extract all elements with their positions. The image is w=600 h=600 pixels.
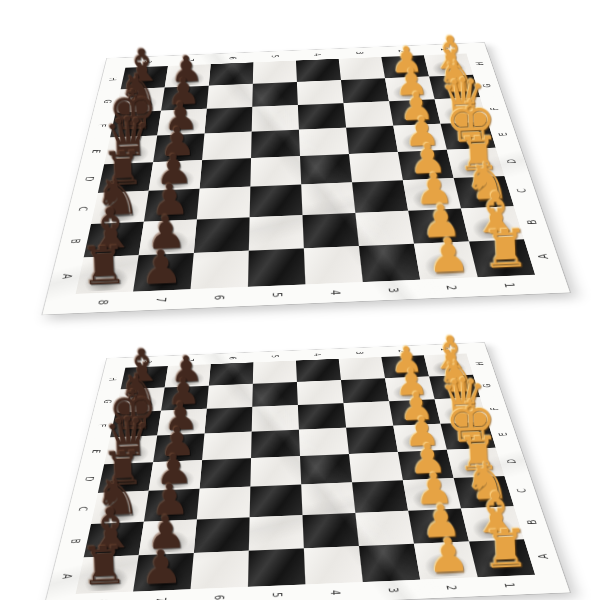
square-g3 <box>341 378 389 403</box>
file-label-left-a: A <box>60 273 73 279</box>
square-h3 <box>339 57 385 80</box>
square-a6 <box>191 551 249 590</box>
file-label-right-e: E <box>498 132 509 136</box>
square-e3 <box>346 426 398 454</box>
mat-corner <box>535 274 570 294</box>
square-h4 <box>296 59 341 82</box>
square-g4 <box>297 80 344 105</box>
square-e4 <box>299 428 349 456</box>
rank-label-far-4: 4 <box>313 53 322 56</box>
square-g3 <box>341 78 389 103</box>
rank-label-far-5: 5 <box>270 55 279 58</box>
mat-corner <box>535 574 570 594</box>
square-g6 <box>207 384 253 409</box>
square-h4 <box>296 359 341 382</box>
square-a2: ♟ <box>414 541 478 579</box>
mat-corner <box>43 594 76 600</box>
rank-label-far-4: 4 <box>313 353 322 356</box>
rank-label-near-2: 2 <box>444 585 457 590</box>
square-c3 <box>352 480 408 513</box>
square-c6 <box>197 187 251 220</box>
rank-label-near-3: 3 <box>387 587 400 592</box>
square-c5 <box>250 184 303 217</box>
square-b6 <box>194 517 250 553</box>
rank-label-near-4: 4 <box>329 590 341 595</box>
square-h5 <box>253 361 297 384</box>
square-h3 <box>339 357 385 380</box>
square-f5 <box>252 105 299 132</box>
square-g4 <box>297 380 344 405</box>
board-perspective: 87654321H♝♟♟♝HG♞♟♟♞GF♚♟♟♛FE♛♟♟♚ED♜♟♟♜DC♞… <box>71 227 529 600</box>
piece-black-pawn-a7: ♟ <box>139 544 183 590</box>
board-photo-bottom: 87654321H♝♟♟♝HG♞♟♟♞GF♚♟♟♛FE♛♟♟♚ED♜♟♟♜DC♞… <box>0 300 600 600</box>
piece-white-pawn-a2: ♟ <box>426 532 470 578</box>
square-c5 <box>250 484 303 517</box>
square-b3 <box>355 511 414 546</box>
rank-label-near-1: 1 <box>502 583 515 588</box>
square-a1: ♜ <box>469 539 535 577</box>
square-g6 <box>207 84 253 109</box>
rank-label-far-6: 6 <box>228 57 237 60</box>
square-f6 <box>204 107 252 134</box>
square-e3 <box>346 126 398 154</box>
square-e5 <box>251 430 300 458</box>
square-g5 <box>252 82 298 107</box>
square-f4 <box>298 103 346 129</box>
file-label-right-a: A <box>537 553 550 558</box>
square-e5 <box>251 130 300 158</box>
square-d3 <box>349 152 403 182</box>
square-d6 <box>200 158 252 189</box>
rank-label-far-6: 6 <box>228 357 237 360</box>
square-a3 <box>359 544 420 582</box>
file-label-right-h: H <box>476 362 486 366</box>
square-a5 <box>248 548 305 587</box>
square-f4 <box>298 403 346 429</box>
square-g5 <box>252 382 298 407</box>
square-d4 <box>300 154 352 184</box>
rank-label-near-5: 5 <box>271 592 283 598</box>
file-label-left-e: E <box>90 449 101 453</box>
chessboard-mat-bottom: 87654321H♝♟♟♝HG♞♟♟♞GF♚♟♟♛FE♛♟♟♚ED♜♟♟♜DC♞… <box>43 343 570 600</box>
rank-label-far-3: 3 <box>355 351 364 354</box>
square-c3 <box>352 180 408 213</box>
square-a4 <box>304 546 363 584</box>
file-label-left-a: A <box>60 573 73 579</box>
square-b5 <box>249 515 304 551</box>
file-label-right-h: H <box>476 62 486 66</box>
square-d5 <box>250 156 301 187</box>
square-h5 <box>253 61 297 84</box>
square-f3 <box>343 401 393 427</box>
file-label-left-e: E <box>90 149 101 153</box>
file-label-right-a: A <box>537 253 550 258</box>
product-photo: 87654321H♝♟♟♝HG♞♟♟♞GF♚♟♟♛FE♛♟♟♚ED♜♟♟♜DC♞… <box>0 0 600 600</box>
square-d5 <box>250 456 301 487</box>
piece-black-rook-a8: ♜ <box>79 541 128 593</box>
square-f6 <box>204 407 252 434</box>
square-d4 <box>300 454 352 484</box>
square-f5 <box>252 405 299 432</box>
square-d3 <box>349 452 403 482</box>
piece-white-rook-a1: ♜ <box>480 524 529 576</box>
square-h6 <box>209 62 254 85</box>
rank-label-far-3: 3 <box>355 51 364 54</box>
file-label-right-e: E <box>498 432 509 436</box>
square-f3 <box>343 101 393 127</box>
square-e6 <box>202 132 252 161</box>
square-h6 <box>209 362 254 385</box>
square-e4 <box>299 128 349 156</box>
square-c4 <box>301 182 355 215</box>
square-b4 <box>302 513 358 548</box>
square-c6 <box>197 487 251 520</box>
square-a7: ♟ <box>133 553 194 592</box>
square-a8: ♜ <box>76 555 139 594</box>
square-e6 <box>202 432 252 461</box>
rank-label-near-6: 6 <box>213 595 225 600</box>
square-c4 <box>301 482 355 515</box>
board-tilt-wrapper: 87654321H♝♟♟♝HG♞♟♟♞GF♚♟♟♛FE♛♟♟♚ED♜♟♟♜DC♞… <box>71 227 529 600</box>
rank-label-far-5: 5 <box>270 355 279 358</box>
square-d6 <box>200 458 252 489</box>
